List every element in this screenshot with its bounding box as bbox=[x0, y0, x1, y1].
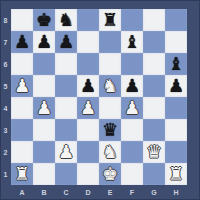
white-pawn[interactable]: ♟ bbox=[124, 97, 140, 119]
white-pawn[interactable]: ♟ bbox=[80, 97, 96, 119]
square-a6[interactable] bbox=[11, 53, 33, 75]
square-e5[interactable]: ♞ bbox=[99, 75, 121, 97]
file-label-d: D bbox=[77, 185, 99, 200]
square-a1[interactable]: ♜ bbox=[11, 163, 33, 185]
square-e1[interactable]: ♚ bbox=[99, 163, 121, 185]
square-d4[interactable]: ♟ bbox=[77, 97, 99, 119]
square-h1[interactable]: ♜ bbox=[165, 163, 187, 185]
square-c8[interactable]: ♞ bbox=[55, 9, 77, 31]
square-g5[interactable] bbox=[143, 75, 165, 97]
black-bishop[interactable]: ♝ bbox=[124, 31, 140, 53]
square-b4[interactable]: ♟ bbox=[33, 97, 55, 119]
square-e2[interactable]: ♞ bbox=[99, 141, 121, 163]
black-pawn[interactable]: ♟ bbox=[14, 31, 30, 53]
square-g8[interactable] bbox=[143, 9, 165, 31]
file-label-e: E bbox=[99, 185, 121, 200]
rank-label-2: 2 bbox=[0, 141, 11, 163]
square-d5[interactable]: ♟ bbox=[77, 75, 99, 97]
file-label-f: F bbox=[121, 185, 143, 200]
square-d2[interactable] bbox=[77, 141, 99, 163]
white-king[interactable]: ♚ bbox=[102, 163, 118, 185]
square-f1[interactable] bbox=[121, 163, 143, 185]
square-g6[interactable] bbox=[143, 53, 165, 75]
black-knight[interactable]: ♞ bbox=[58, 9, 74, 31]
square-b6[interactable] bbox=[33, 53, 55, 75]
square-h3[interactable] bbox=[165, 119, 187, 141]
square-a2[interactable] bbox=[11, 141, 33, 163]
square-g2[interactable]: ♛ bbox=[143, 141, 165, 163]
square-b3[interactable] bbox=[33, 119, 55, 141]
square-c3[interactable] bbox=[55, 119, 77, 141]
file-label-h: H bbox=[165, 185, 187, 200]
square-h2[interactable] bbox=[165, 141, 187, 163]
black-queen[interactable]: ♛ bbox=[102, 119, 118, 141]
file-label-c: C bbox=[55, 185, 77, 200]
chess-diagram: 87654321 ♚♞♜♟♟♟♝♝♟♟♞♟♟♟♟♟♛♟♞♛♜♚♜ ABCDEFG… bbox=[0, 0, 200, 200]
square-b8[interactable]: ♚ bbox=[33, 9, 55, 31]
square-f3[interactable] bbox=[121, 119, 143, 141]
square-b2[interactable] bbox=[33, 141, 55, 163]
rank-labels: 87654321 bbox=[0, 9, 11, 185]
white-queen[interactable]: ♛ bbox=[146, 141, 162, 163]
square-h4[interactable] bbox=[165, 97, 187, 119]
square-h8[interactable] bbox=[165, 9, 187, 31]
square-e3[interactable]: ♛ bbox=[99, 119, 121, 141]
square-a8[interactable] bbox=[11, 9, 33, 31]
square-g7[interactable] bbox=[143, 31, 165, 53]
square-c1[interactable] bbox=[55, 163, 77, 185]
file-label-g: G bbox=[143, 185, 165, 200]
rank-label-1: 1 bbox=[0, 163, 11, 185]
black-pawn[interactable]: ♟ bbox=[80, 75, 96, 97]
square-f5[interactable]: ♟ bbox=[121, 75, 143, 97]
white-pawn[interactable]: ♟ bbox=[36, 97, 52, 119]
black-pawn[interactable]: ♟ bbox=[58, 31, 74, 53]
square-e7[interactable] bbox=[99, 31, 121, 53]
square-b5[interactable] bbox=[33, 75, 55, 97]
square-b7[interactable]: ♟ bbox=[33, 31, 55, 53]
square-d6[interactable] bbox=[77, 53, 99, 75]
square-g3[interactable] bbox=[143, 119, 165, 141]
square-c4[interactable] bbox=[55, 97, 77, 119]
square-f7[interactable]: ♝ bbox=[121, 31, 143, 53]
white-pawn[interactable]: ♟ bbox=[58, 141, 74, 163]
square-a7[interactable]: ♟ bbox=[11, 31, 33, 53]
black-bishop[interactable]: ♝ bbox=[168, 53, 184, 75]
black-rook[interactable]: ♜ bbox=[102, 9, 118, 31]
square-c7[interactable]: ♟ bbox=[55, 31, 77, 53]
black-pawn[interactable]: ♟ bbox=[168, 75, 184, 97]
square-h5[interactable]: ♟ bbox=[165, 75, 187, 97]
chess-board[interactable]: ♚♞♜♟♟♟♝♝♟♟♞♟♟♟♟♟♛♟♞♛♜♚♜ bbox=[11, 9, 187, 185]
white-pawn[interactable]: ♟ bbox=[14, 75, 30, 97]
square-c5[interactable] bbox=[55, 75, 77, 97]
white-rook[interactable]: ♜ bbox=[14, 163, 30, 185]
square-g4[interactable] bbox=[143, 97, 165, 119]
square-c2[interactable]: ♟ bbox=[55, 141, 77, 163]
square-f4[interactable]: ♟ bbox=[121, 97, 143, 119]
square-e4[interactable] bbox=[99, 97, 121, 119]
square-c6[interactable] bbox=[55, 53, 77, 75]
square-d1[interactable] bbox=[77, 163, 99, 185]
square-f6[interactable] bbox=[121, 53, 143, 75]
square-b1[interactable] bbox=[33, 163, 55, 185]
file-labels: ABCDEFGH bbox=[11, 185, 187, 200]
square-f2[interactable] bbox=[121, 141, 143, 163]
white-knight[interactable]: ♞ bbox=[102, 141, 118, 163]
black-king[interactable]: ♚ bbox=[36, 9, 52, 31]
square-h6[interactable]: ♝ bbox=[165, 53, 187, 75]
square-d3[interactable] bbox=[77, 119, 99, 141]
rank-label-7: 7 bbox=[0, 31, 11, 53]
square-d8[interactable] bbox=[77, 9, 99, 31]
file-label-a: A bbox=[11, 185, 33, 200]
square-e6[interactable] bbox=[99, 53, 121, 75]
square-e8[interactable]: ♜ bbox=[99, 9, 121, 31]
rank-label-4: 4 bbox=[0, 97, 11, 119]
square-d7[interactable] bbox=[77, 31, 99, 53]
square-a3[interactable] bbox=[11, 119, 33, 141]
white-knight[interactable]: ♞ bbox=[102, 75, 118, 97]
square-g1[interactable] bbox=[143, 163, 165, 185]
square-a5[interactable]: ♟ bbox=[11, 75, 33, 97]
black-pawn[interactable]: ♟ bbox=[36, 31, 52, 53]
rank-label-5: 5 bbox=[0, 75, 11, 97]
rank-label-8: 8 bbox=[0, 9, 11, 31]
rank-label-3: 3 bbox=[0, 119, 11, 141]
black-pawn[interactable]: ♟ bbox=[124, 75, 140, 97]
square-h7[interactable] bbox=[165, 31, 187, 53]
square-a4[interactable] bbox=[11, 97, 33, 119]
white-rook[interactable]: ♜ bbox=[168, 163, 184, 185]
square-f8[interactable] bbox=[121, 9, 143, 31]
file-label-b: B bbox=[33, 185, 55, 200]
rank-label-6: 6 bbox=[0, 53, 11, 75]
